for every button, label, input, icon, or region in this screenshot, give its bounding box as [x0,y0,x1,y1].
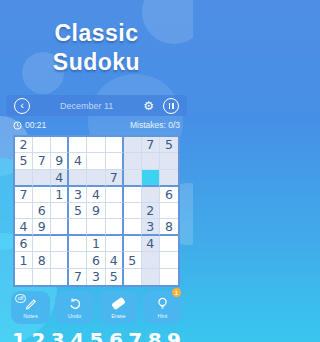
sudoku-cell-r5c4[interactable]: 5 [69,203,87,219]
sudoku-cell-r3c2[interactable] [33,170,51,187]
mistakes-label: Mistakes: 0/3 [130,120,180,130]
sudoku-cell-r8c1[interactable]: 1 [15,252,33,268]
sudoku-grid: 275579447713466592493861418645735 [13,135,180,287]
sudoku-cell-r4c7[interactable] [124,187,142,203]
sudoku-cell-r3c5[interactable] [87,170,105,187]
sudoku-cell-r8c8[interactable] [142,252,160,268]
sudoku-cell-r9c2[interactable] [33,269,51,285]
number-pad: 123456789 [12,329,181,342]
numpad-digit-9[interactable]: 9 [167,329,181,342]
sudoku-cell-r1c7[interactable] [124,137,142,153]
sudoku-cell-r8c2[interactable]: 8 [33,252,51,268]
sudoku-cell-r8c7[interactable]: 5 [124,252,142,268]
sudoku-cell-r5c3[interactable] [51,203,69,219]
sudoku-cell-r9c5[interactable]: 3 [87,269,105,285]
erase-label: Erase [111,313,125,319]
numpad-digit-6[interactable]: 6 [109,329,123,342]
sudoku-cell-r1c4[interactable] [69,137,87,153]
sudoku-cell-r2c7[interactable] [124,153,142,169]
sudoku-cell-r6c6[interactable] [106,219,124,236]
sudoku-cell-r6c4[interactable] [69,219,87,236]
sudoku-cell-r3c8[interactable] [142,170,160,187]
sudoku-cell-r7c3[interactable] [51,236,69,252]
sudoku-cell-r4c1[interactable]: 7 [15,187,33,203]
erase-button[interactable]: Erase [99,291,138,324]
sudoku-cell-r5c5[interactable]: 9 [87,203,105,219]
page-title: Classic Sudoku [0,19,193,77]
undo-button[interactable]: Undo [55,291,94,324]
sudoku-cell-r8c4[interactable] [69,252,87,268]
sudoku-cell-r5c9[interactable] [160,203,178,219]
undo-label: Undo [68,313,81,319]
sudoku-cell-r5c8[interactable]: 2 [142,203,160,219]
sudoku-cell-r8c3[interactable] [51,252,69,268]
sudoku-cell-r2c6[interactable] [106,153,124,169]
numpad-digit-7[interactable]: 7 [128,329,142,342]
title-line2: Sudoku [0,48,193,77]
sudoku-cell-r3c1[interactable] [15,170,33,187]
sudoku-cell-r1c1[interactable]: 2 [15,137,33,153]
numpad-digit-3[interactable]: 3 [51,329,65,342]
sudoku-cell-r6c8[interactable]: 3 [142,219,160,236]
sudoku-cell-r2c8[interactable] [142,153,160,169]
sudoku-cell-r7c8[interactable]: 4 [142,236,160,252]
pause-icon [169,103,174,109]
sudoku-cell-r9c9[interactable] [160,269,178,285]
sudoku-cell-r5c1[interactable] [15,203,33,219]
back-icon: ‹ [20,100,24,111]
numpad-digit-2[interactable]: 2 [31,329,45,342]
sudoku-cell-r6c1[interactable]: 4 [15,219,33,236]
sudoku-cell-r6c3[interactable] [51,219,69,236]
sudoku-cell-r4c4[interactable]: 3 [69,187,87,203]
hint-button[interactable]: 1 Hint [143,291,182,324]
sudoku-cell-r4c3[interactable]: 1 [51,187,69,203]
sudoku-cell-r4c6[interactable] [106,187,124,203]
light-bulb-icon [156,297,169,311]
numpad-digit-1[interactable]: 1 [12,329,26,342]
sudoku-cell-r1c8[interactable]: 7 [142,137,160,153]
pause-button[interactable] [163,98,179,114]
eraser-icon [112,297,125,311]
sudoku-cell-r9c8[interactable] [142,269,160,285]
sudoku-cell-r7c5[interactable]: 1 [87,236,105,252]
sudoku-cell-r1c3[interactable] [51,137,69,153]
sudoku-cell-r2c5[interactable] [87,153,105,169]
hint-count-badge: 1 [172,288,181,297]
sudoku-cell-r9c3[interactable] [51,269,69,285]
sudoku-cell-r3c4[interactable] [69,170,87,187]
sudoku-cell-r1c2[interactable] [33,137,51,153]
sudoku-cell-r9c4[interactable]: 7 [69,269,87,285]
numpad-digit-5[interactable]: 5 [90,329,104,342]
sudoku-cell-r7c2[interactable] [33,236,51,252]
sudoku-cell-r5c6[interactable] [106,203,124,219]
sudoku-cell-r1c9[interactable]: 5 [160,137,178,153]
sudoku-cell-r6c9[interactable]: 8 [160,219,178,236]
numpad-digit-4[interactable]: 4 [70,329,84,342]
sudoku-cell-r3c7[interactable] [124,170,142,187]
back-button[interactable]: ‹ [14,98,30,114]
clock-icon [13,121,22,130]
sudoku-cell-r2c2[interactable]: 7 [33,153,51,169]
settings-gear-icon[interactable]: ⚙ [143,100,154,112]
sudoku-cell-r2c4[interactable]: 4 [69,153,87,169]
sudoku-cell-r2c9[interactable] [160,153,178,169]
sudoku-cell-r9c1[interactable] [15,269,33,285]
date-label: December 11 [30,101,143,111]
sudoku-cell-r4c2[interactable] [33,187,51,203]
undo-arrow-icon [68,297,82,311]
sudoku-cell-r7c6[interactable] [106,236,124,252]
sudoku-cell-r6c5[interactable] [87,219,105,236]
hint-label: Hint [158,313,168,319]
sudoku-cell-r7c7[interactable] [124,236,142,252]
timer: 00:21 [13,120,46,130]
app-bar: ‹ December 11 ⚙ [6,95,187,116]
sudoku-cell-r2c3[interactable]: 9 [51,153,69,169]
sudoku-cell-r3c6[interactable]: 7 [106,170,124,187]
sudoku-cell-r8c6[interactable]: 4 [106,252,124,268]
toolbar: off Notes Undo Erase 1 Hint [11,291,182,324]
sudoku-cell-r7c9[interactable] [160,236,178,252]
sudoku-cell-r9c7[interactable] [124,269,142,285]
sudoku-cell-r4c9[interactable]: 6 [160,187,178,203]
sudoku-cell-r1c5[interactable] [87,137,105,153]
sudoku-cell-r6c2[interactable]: 9 [33,219,51,236]
status-bar: 00:21 Mistakes: 0/3 [13,118,180,132]
sudoku-cell-r5c7[interactable] [124,203,142,219]
sudoku-cell-r3c3[interactable]: 4 [51,170,69,187]
numpad-digit-8[interactable]: 8 [148,329,162,342]
sudoku-cell-r8c5[interactable]: 6 [87,252,105,268]
sudoku-cell-r3c9[interactable] [160,170,178,187]
sudoku-cell-r4c5[interactable]: 4 [87,187,105,203]
sudoku-cell-r8c9[interactable] [160,252,178,268]
title-line1: Classic [0,19,193,48]
timer-value: 00:21 [25,120,46,130]
sudoku-cell-r4c8[interactable] [142,187,160,203]
sudoku-cell-r7c4[interactable] [69,236,87,252]
sudoku-cell-r6c7[interactable] [124,219,142,236]
sudoku-cell-r9c6[interactable]: 5 [106,269,124,285]
notes-off-badge: off [15,294,26,303]
notes-button[interactable]: off Notes [11,291,50,324]
notes-label: Notes [23,313,37,319]
sudoku-cell-r5c2[interactable]: 6 [33,203,51,219]
sudoku-cell-r7c1[interactable]: 6 [15,236,33,252]
sudoku-cell-r2c1[interactable]: 5 [15,153,33,169]
sudoku-cell-r1c6[interactable] [106,137,124,153]
